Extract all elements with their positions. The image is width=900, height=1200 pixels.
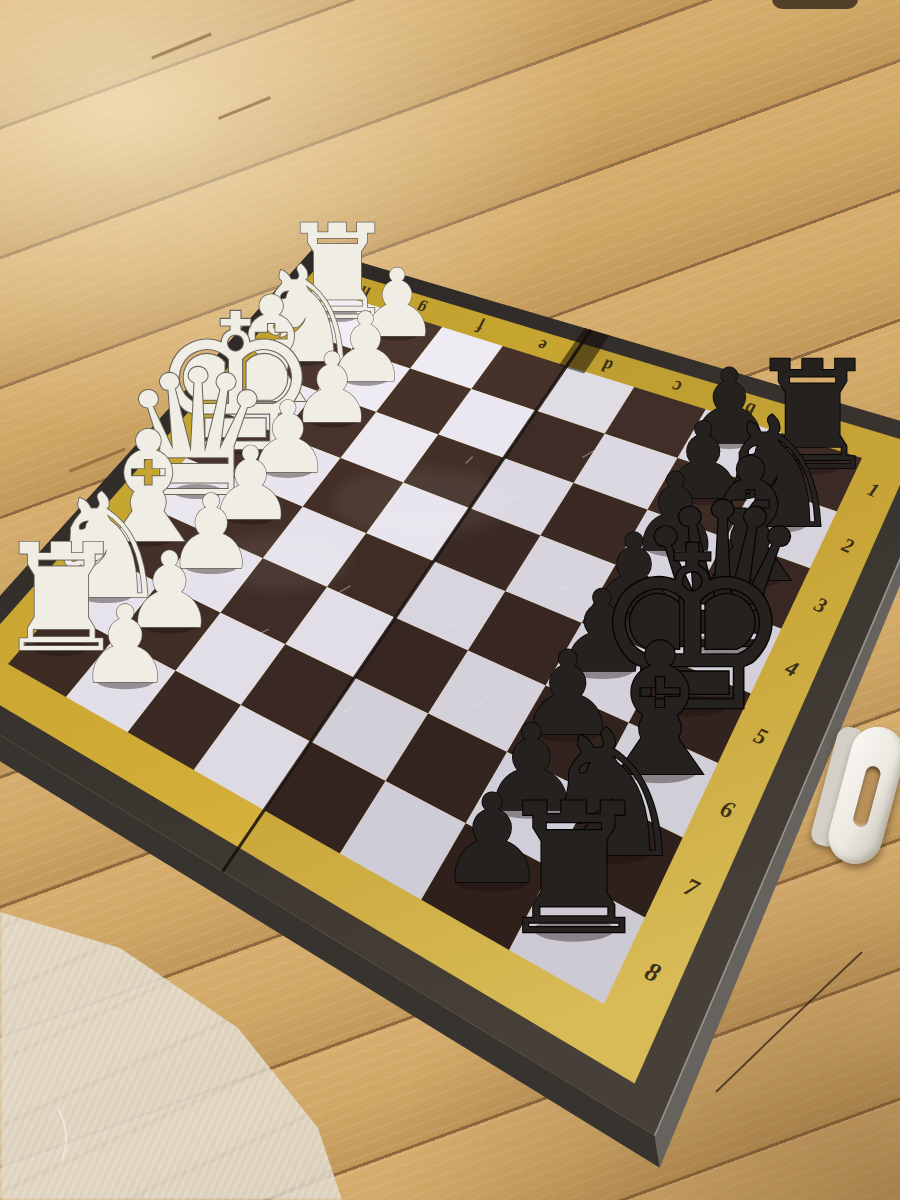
floor-sheen [332,468,508,536]
chessboard: hgfedcba12345678♜♟♞♟♝♟♟♚♜♟♛♟♟♞♝♟♟♝♞♟♟♛♜♟… [0,0,900,1200]
black-rook-a8: ♜ [493,765,654,974]
white-pawn-g8: ♟ [77,583,173,707]
white-hair-strand [58,1108,66,1160]
photo-scene: hgfedcba12345678♜♟♞♟♝♟♟♚♜♟♛♟♟♞♝♟♟♝♞♟♟♛♜♟… [0,0,900,1200]
clasp-slot [852,765,883,829]
